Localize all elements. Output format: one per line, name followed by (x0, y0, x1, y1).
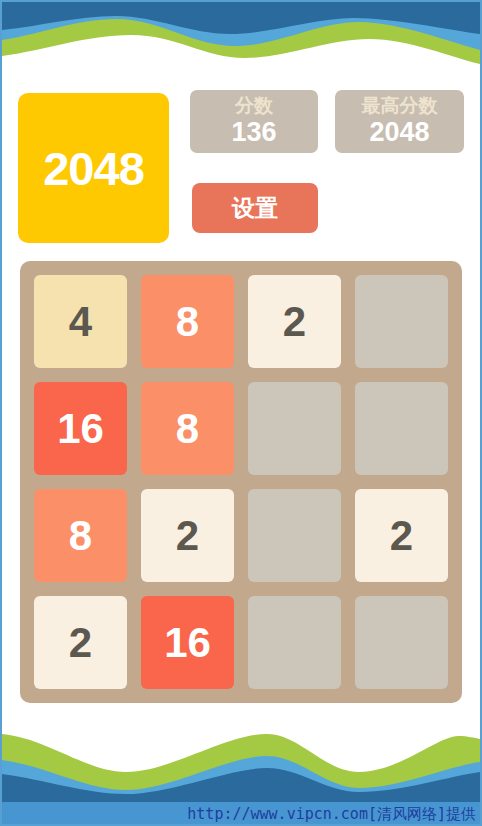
bottom-wave-decoration (2, 726, 480, 802)
empty-cell (355, 596, 448, 689)
settings-button-label: 设置 (232, 193, 278, 224)
empty-cell (355, 382, 448, 475)
settings-button[interactable]: 设置 (192, 183, 318, 233)
tile-8: 8 (34, 489, 127, 582)
score-value: 136 (231, 117, 276, 148)
logo-text: 2048 (43, 141, 144, 196)
empty-cell (248, 596, 341, 689)
tile-2: 2 (355, 489, 448, 582)
score-box: 分数 136 (190, 90, 318, 153)
empty-cell (355, 275, 448, 368)
best-score-label: 最高分数 (362, 95, 438, 117)
tile-16: 16 (34, 382, 127, 475)
tile-2: 2 (248, 275, 341, 368)
tile-16: 16 (141, 596, 234, 689)
tile-2: 2 (34, 596, 127, 689)
best-score-box: 最高分数 2048 (335, 90, 464, 153)
best-score-value: 2048 (369, 117, 429, 148)
empty-cell (248, 382, 341, 475)
credit-strip: http://www.vipcn.com[清风网络]提供 (2, 802, 480, 826)
credit-watermark-text: http://www.vipcn.com[清风网络]提供 (187, 805, 476, 824)
logo-tile: 2048 (18, 93, 169, 243)
score-label: 分数 (235, 95, 273, 117)
app-window: 2048 分数 136 最高分数 2048 设置 482168822216 ht… (0, 0, 482, 826)
tile-4: 4 (34, 275, 127, 368)
top-wave-decoration (2, 2, 480, 66)
tile-8: 8 (141, 382, 234, 475)
tile-2: 2 (141, 489, 234, 582)
board-grid[interactable]: 482168822216 (20, 261, 462, 703)
empty-cell (248, 489, 341, 582)
tile-8: 8 (141, 275, 234, 368)
